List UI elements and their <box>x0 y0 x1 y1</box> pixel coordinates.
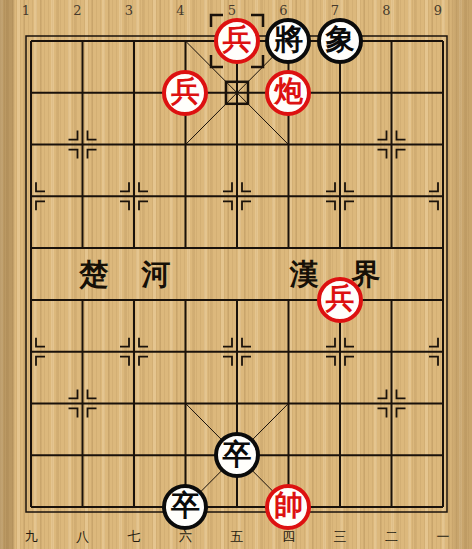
piece-black-soldier[interactable]: 卒 <box>162 484 208 530</box>
piece-red-general[interactable]: 帥 <box>265 484 311 530</box>
piece-black-elephant[interactable]: 象 <box>317 18 363 64</box>
piece-black-soldier[interactable]: 卒 <box>214 432 260 478</box>
piece-red-soldier[interactable]: 兵 <box>214 18 260 64</box>
board-grid: 兵將象兵炮兵卒卒帥 <box>5 15 469 533</box>
piece-red-soldier[interactable]: 兵 <box>162 70 208 116</box>
piece-red-cannon[interactable]: 炮 <box>265 70 311 116</box>
piece-black-general[interactable]: 將 <box>265 18 311 64</box>
piece-red-soldier[interactable]: 兵 <box>317 277 363 323</box>
xiangqi-board: 123456789 九八七六五四三二一 楚河 漢界 兵將象兵炮兵卒卒帥 <box>0 0 472 549</box>
